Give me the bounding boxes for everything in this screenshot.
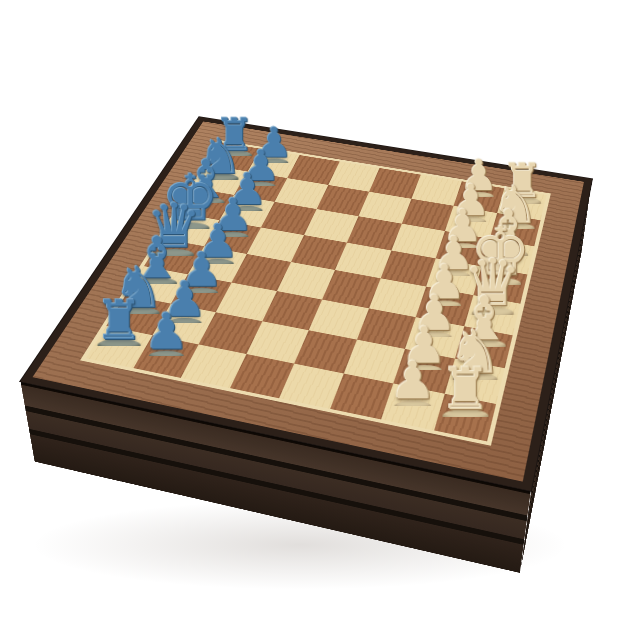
perspective-stage: ♜♜♞♞♝♝♚♚♛♛♝♝♞♞♜♜♟♟♟♟♟♟♟♟♟♟♟♟♟♟♟♟ bbox=[0, 0, 640, 640]
pawn-glyph: ♟ bbox=[144, 308, 189, 355]
rook-glyph: ♜ bbox=[440, 362, 491, 416]
piece-roman-rook-a1[interactable]: ♜ bbox=[424, 343, 507, 416]
product-photo-scene: ♜♜♞♞♝♝♚♚♛♛♝♝♞♞♜♜♟♟♟♟♟♟♟♟♟♟♟♟♟♟♟♟ bbox=[0, 0, 640, 640]
chess-board-box: ♜♜♞♞♝♝♚♚♛♛♝♝♞♞♜♜♟♟♟♟♟♟♟♟♟♟♟♟♟♟♟♟ bbox=[20, 117, 592, 491]
piece-egyptian-pawn-a7[interactable]: ♟ bbox=[127, 293, 205, 356]
